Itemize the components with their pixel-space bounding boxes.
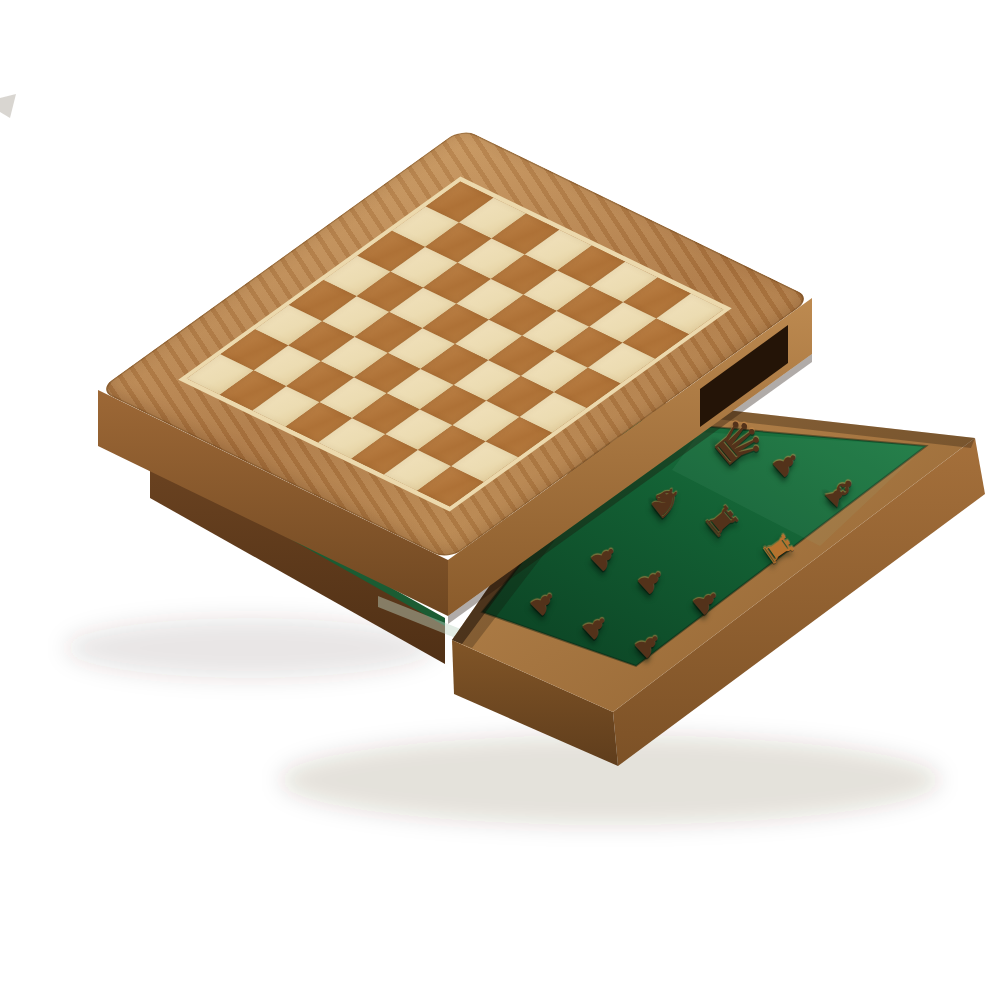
chess-box-scene: ♛♟♝♞♜♜♟♟♟♟♟♟: [0, 0, 1000, 1000]
photo-artifact: [0, 94, 16, 118]
